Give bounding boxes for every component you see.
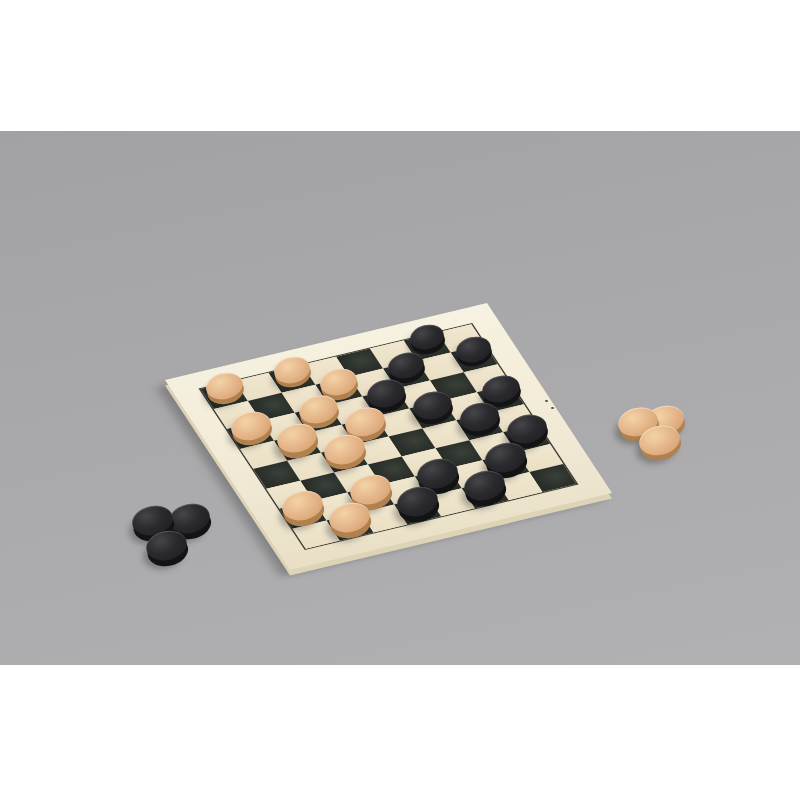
photo-stage xyxy=(0,0,800,800)
